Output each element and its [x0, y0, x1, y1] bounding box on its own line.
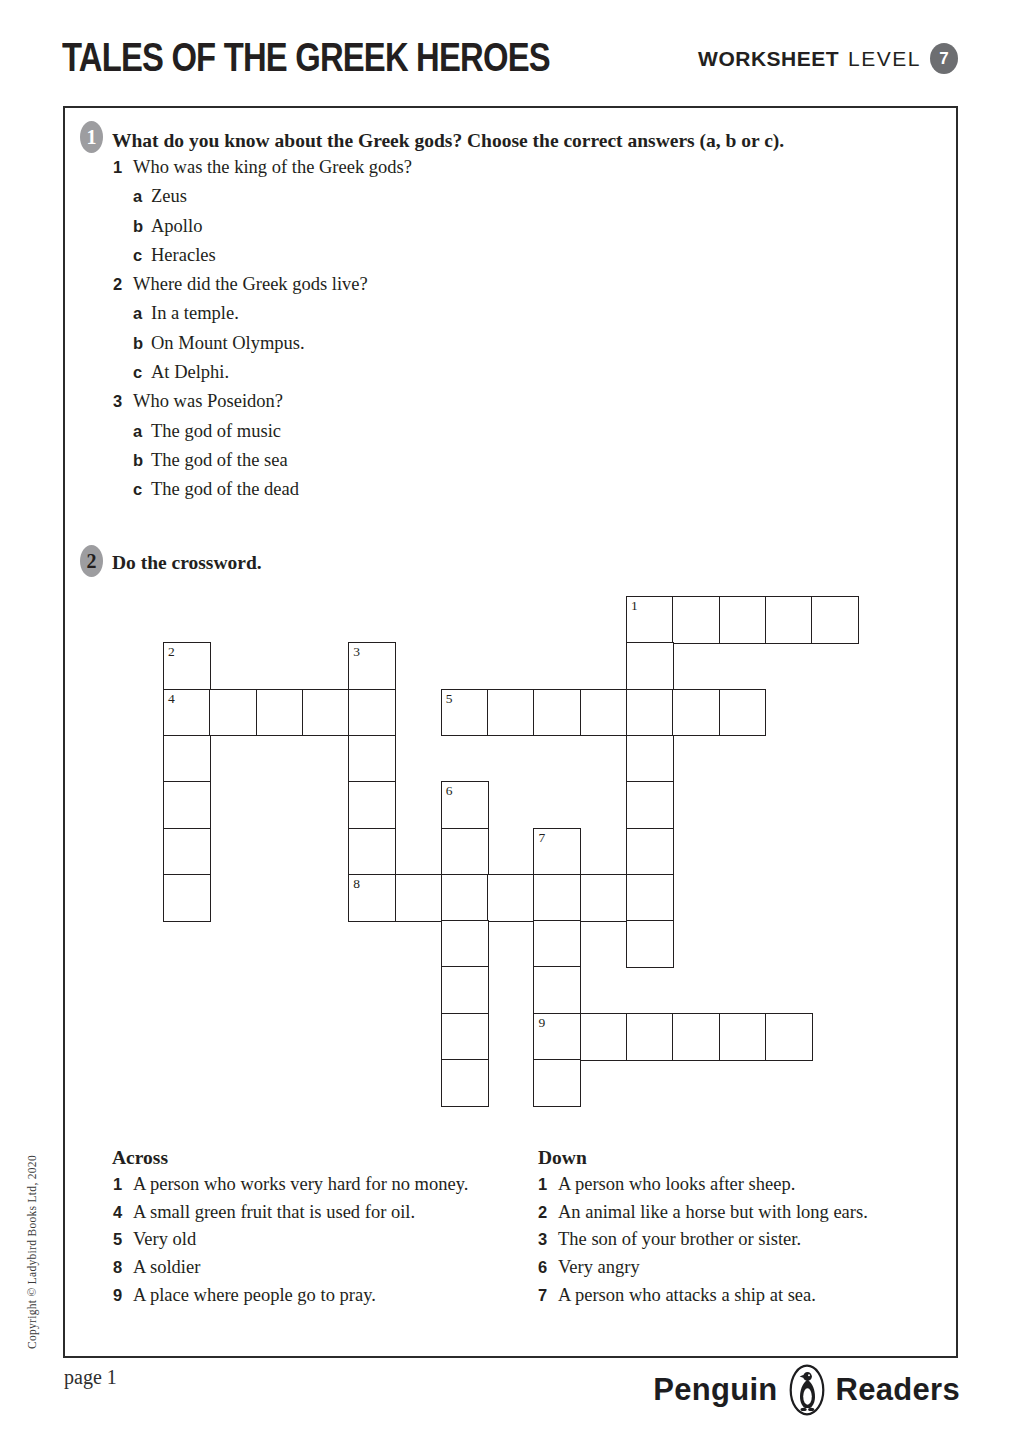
option-text: The god of music: [151, 421, 281, 441]
crossword-cell-r10c8[interactable]: [533, 1059, 581, 1107]
crossword-cell-r2c3[interactable]: [302, 689, 350, 737]
across-header: Across: [112, 1143, 168, 1172]
crossword-cell-r0c12[interactable]: [719, 596, 767, 644]
crossword-cell-r2c0[interactable]: 4: [163, 689, 211, 737]
crossword-cell-r2c6[interactable]: 5: [441, 689, 489, 737]
question-1: 1Who was the king of the Greek gods?: [113, 153, 913, 182]
question-2: 2Where did the Greek gods live?: [113, 270, 913, 299]
option-text: Heracles: [151, 245, 216, 265]
clue-number: 6: [538, 1254, 558, 1282]
crossword-cell-r3c0[interactable]: [163, 735, 211, 783]
option-3a[interactable]: aThe god of music: [133, 417, 913, 446]
clue-number: 9: [113, 1282, 133, 1310]
crossword-cell-r6c5[interactable]: [395, 874, 443, 922]
crossword-cell-r1c4[interactable]: 3: [348, 642, 396, 690]
clue-text: A person who works very hard for no mone…: [133, 1174, 468, 1194]
header-right: WORKSHEET LEVEL 7: [698, 43, 958, 74]
level-badge: 7: [930, 43, 958, 74]
down-clue-7: 7A person who attacks a ship at sea.: [538, 1282, 958, 1310]
crossword-cell-r1c10[interactable]: [626, 642, 674, 690]
clue-text: A person who attacks a ship at sea.: [558, 1285, 816, 1305]
crossword-cell-r6c0[interactable]: [163, 874, 211, 922]
across-clue-8: 8A soldier: [113, 1254, 533, 1282]
crossword-clue-number: 1: [631, 598, 638, 613]
crossword-cell-r3c10[interactable]: [626, 735, 674, 783]
crossword-cell-r9c10[interactable]: [626, 1013, 674, 1061]
clue-number: 2: [538, 1199, 558, 1227]
crossword-cell-r2c9[interactable]: [580, 689, 628, 737]
option-letter: c: [133, 241, 151, 269]
crossword-cell-r5c6[interactable]: [441, 828, 489, 876]
worksheet-page: { "game": "crossword", "position": { "ro…: [0, 0, 1020, 1442]
crossword-cell-r0c14[interactable]: [811, 596, 859, 644]
crossword-cell-r4c10[interactable]: [626, 781, 674, 829]
crossword-clue-number: 6: [446, 783, 453, 798]
option-text: On Mount Olympus.: [151, 333, 305, 353]
option-1a[interactable]: aZeus: [133, 182, 913, 211]
crossword-cell-r1c0[interactable]: 2: [163, 642, 211, 690]
section-2-prompt: Do the crossword.: [112, 548, 262, 577]
across-clue-list: 1A person who works very hard for no mon…: [113, 1171, 533, 1310]
down-clue-3: 3The son of your brother or sister.: [538, 1226, 958, 1254]
option-letter: c: [133, 475, 151, 503]
across-clue-5: 5Very old: [113, 1226, 533, 1254]
question-number: 2: [113, 270, 133, 298]
page-title: TALES OF THE GREEK HEROES: [62, 34, 550, 81]
clue-number: 7: [538, 1282, 558, 1310]
option-letter: a: [133, 417, 151, 445]
crossword-cell-r2c12[interactable]: [719, 689, 767, 737]
crossword-cell-r10c6[interactable]: [441, 1059, 489, 1107]
crossword-cell-r5c8[interactable]: 7: [533, 828, 581, 876]
question-text: Where did the Greek gods live?: [133, 274, 368, 294]
crossword-clue-number: 4: [168, 691, 175, 706]
crossword-cell-r7c10[interactable]: [626, 920, 674, 968]
down-clue-6: 6Very angry: [538, 1254, 958, 1282]
option-1c[interactable]: cHeracles: [133, 241, 913, 270]
clue-number: 3: [538, 1226, 558, 1254]
option-text: Apollo: [151, 216, 202, 236]
crossword-cell-r2c11[interactable]: [672, 689, 720, 737]
crossword-cell-r9c11[interactable]: [672, 1013, 720, 1061]
crossword-cell-r2c1[interactable]: [209, 689, 257, 737]
option-letter: b: [133, 329, 151, 357]
crossword-clue-number: 7: [538, 830, 545, 845]
crossword-cell-r6c8[interactable]: [533, 874, 581, 922]
crossword-cell-r8c6[interactable]: [441, 966, 489, 1014]
option-2c[interactable]: cAt Delphi.: [133, 358, 913, 387]
clue-number: 1: [113, 1171, 133, 1199]
clue-text: A person who looks after sheep.: [558, 1174, 795, 1194]
option-letter: b: [133, 446, 151, 474]
clue-number: 5: [113, 1226, 133, 1254]
question-number: 3: [113, 387, 133, 415]
option-3b[interactable]: bThe god of the sea: [133, 446, 913, 475]
option-letter: a: [133, 299, 151, 327]
option-text: Zeus: [151, 186, 187, 206]
clue-text: The son of your brother or sister.: [558, 1229, 801, 1249]
crossword-clue-number: 9: [538, 1015, 545, 1030]
question-3: 3Who was Poseidon?: [113, 387, 913, 416]
crossword-clue-number: 3: [353, 644, 360, 659]
section-2-badge: 2: [80, 545, 103, 577]
crossword-cell-r4c6[interactable]: 6: [441, 781, 489, 829]
section-1-badge: 1: [80, 121, 103, 153]
question-text: Who was the king of the Greek gods?: [133, 157, 412, 177]
crossword-cell-r2c4[interactable]: [348, 689, 396, 737]
level-label: LEVEL: [848, 47, 921, 71]
crossword-cell-r6c6[interactable]: [441, 874, 489, 922]
clue-text: Very old: [133, 1229, 196, 1249]
option-text: At Delphi.: [151, 362, 229, 382]
worksheet-label: WORKSHEET: [698, 47, 839, 71]
option-text: In a temple.: [151, 303, 239, 323]
crossword-cell-r2c8[interactable]: [533, 689, 581, 737]
crossword-cell-r0c11[interactable]: [672, 596, 720, 644]
clue-number: 1: [538, 1171, 558, 1199]
crossword-clue-number: 8: [353, 876, 360, 891]
crossword-cell-r8c8[interactable]: [533, 966, 581, 1014]
option-letter: c: [133, 358, 151, 386]
crossword-cell-r4c4[interactable]: [348, 781, 396, 829]
crossword-cell-r4c0[interactable]: [163, 781, 211, 829]
clue-number: 8: [113, 1254, 133, 1282]
crossword-cell-r5c10[interactable]: [626, 828, 674, 876]
option-3c[interactable]: cThe god of the dead: [133, 475, 913, 504]
across-clue-4: 4A small green fruit that is used for oi…: [113, 1199, 533, 1227]
down-header: Down: [538, 1143, 587, 1172]
crossword-grid: 123456789: [163, 596, 860, 1108]
crossword-clue-number: 5: [446, 691, 453, 706]
brand-readers-text: Readers: [836, 1372, 960, 1408]
crossword-cell-r9c6[interactable]: [441, 1013, 489, 1061]
question-text: Who was Poseidon?: [133, 391, 283, 411]
clue-text: Very angry: [558, 1257, 640, 1277]
option-letter: b: [133, 212, 151, 240]
crossword-cell-r0c13[interactable]: [765, 596, 813, 644]
publisher-logo: Penguin Readers: [653, 1362, 960, 1418]
crossword-cell-r7c6[interactable]: [441, 920, 489, 968]
down-clue-2: 2An animal like a horse but with long ea…: [538, 1199, 958, 1227]
option-text: The god of the dead: [151, 479, 299, 499]
brand-penguin-text: Penguin: [653, 1372, 777, 1408]
option-2a[interactable]: aIn a temple.: [133, 299, 913, 328]
crossword-cell-r5c4[interactable]: [348, 828, 396, 876]
worksheet-panel: 1 What do you know about the Greek gods?…: [63, 106, 958, 1358]
clue-number: 4: [113, 1199, 133, 1227]
across-clue-1: 1A person who works very hard for no mon…: [113, 1171, 533, 1199]
question-list: 1Who was the king of the Greek gods?aZeu…: [113, 153, 913, 505]
clue-text: A small green fruit that is used for oil…: [133, 1202, 415, 1222]
option-letter: a: [133, 182, 151, 210]
crossword-cell-r6c7[interactable]: [487, 874, 535, 922]
crossword-cell-r9c12[interactable]: [719, 1013, 767, 1061]
crossword-cell-r0c10[interactable]: 1: [626, 596, 674, 644]
option-2b[interactable]: bOn Mount Olympus.: [133, 329, 913, 358]
crossword-cell-r6c10[interactable]: [626, 874, 674, 922]
crossword-cell-r3c4[interactable]: [348, 735, 396, 783]
copyright-sidenote: Copyright © Ladybird Books Ltd, 2020: [26, 1155, 38, 1349]
crossword-cell-r6c4[interactable]: 8: [348, 874, 396, 922]
down-clue-list: 1A person who looks after sheep.2An anim…: [538, 1171, 958, 1310]
crossword-cell-r2c2[interactable]: [256, 689, 304, 737]
crossword-cell-r7c8[interactable]: [533, 920, 581, 968]
penguin-icon: [789, 1364, 825, 1416]
crossword-cell-r2c7[interactable]: [487, 689, 535, 737]
down-clue-1: 1A person who looks after sheep.: [538, 1171, 958, 1199]
crossword-cell-r9c9[interactable]: [580, 1013, 628, 1061]
question-number: 1: [113, 153, 133, 181]
crossword-cell-r6c9[interactable]: [580, 874, 628, 922]
clue-text: A place where people go to pray.: [133, 1285, 376, 1305]
crossword-cell-r5c0[interactable]: [163, 828, 211, 876]
crossword-cell-r9c8[interactable]: 9: [533, 1013, 581, 1061]
option-text: The god of the sea: [151, 450, 288, 470]
crossword-cell-r2c10[interactable]: [626, 689, 674, 737]
section-1-prompt: What do you know about the Greek gods? C…: [112, 126, 784, 155]
option-1b[interactable]: bApollo: [133, 212, 913, 241]
crossword-cell-r9c13[interactable]: [765, 1013, 813, 1061]
clue-text: An animal like a horse but with long ear…: [558, 1202, 868, 1222]
across-clue-9: 9A place where people go to pray.: [113, 1282, 533, 1310]
clue-text: A soldier: [133, 1257, 200, 1277]
page-number: page 1: [64, 1366, 117, 1389]
crossword-clue-number: 2: [168, 644, 175, 659]
